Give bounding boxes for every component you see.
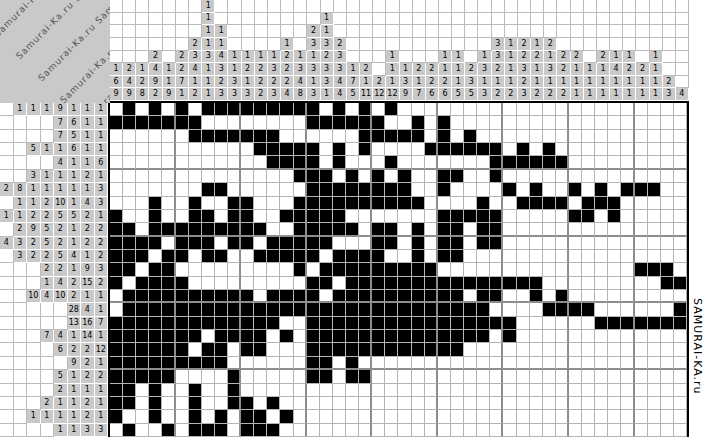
grid-cell-filled[interactable] [372,330,385,343]
grid-cell-empty[interactable] [503,263,516,276]
grid-cell-filled[interactable] [189,223,202,236]
grid-cell-empty[interactable] [674,424,687,437]
grid-cell-filled[interactable] [398,130,411,143]
grid-cell-empty[interactable] [123,130,136,143]
grid-cell-empty[interactable] [136,397,149,410]
grid-cell-empty[interactable] [608,237,621,250]
grid-cell-empty[interactable] [412,370,425,383]
grid-cell-filled[interactable] [267,156,280,169]
grid-cell-empty[interactable] [189,343,202,356]
grid-cell-filled[interactable] [123,330,136,343]
grid-cell-empty[interactable] [608,343,621,356]
grid-cell-empty[interactable] [661,290,674,303]
grid-cell-filled[interactable] [451,237,464,250]
grid-cell-filled[interactable] [438,250,451,263]
grid-cell-filled[interactable] [307,143,320,156]
grid-cell-empty[interactable] [582,424,595,437]
grid-cell-empty[interactable] [648,384,661,397]
grid-cell-empty[interactable] [464,357,477,370]
grid-cell-empty[interactable] [451,156,464,169]
grid-cell-empty[interactable] [517,290,530,303]
grid-cell-empty[interactable] [359,156,372,169]
grid-cell-empty[interactable] [582,330,595,343]
grid-cell-filled[interactable] [412,237,425,250]
grid-cell-empty[interactable] [215,384,228,397]
grid-cell-filled[interactable] [202,103,215,116]
grid-cell-empty[interactable] [110,103,123,116]
grid-cell-filled[interactable] [307,290,320,303]
grid-cell-empty[interactable] [215,170,228,183]
grid-cell-empty[interactable] [477,370,490,383]
grid-cell-filled[interactable] [333,116,346,129]
grid-cell-empty[interactable] [280,263,293,276]
grid-cell-empty[interactable] [530,303,543,316]
grid-cell-empty[interactable] [556,330,569,343]
grid-cell-filled[interactable] [215,250,228,263]
grid-cell-filled[interactable] [136,357,149,370]
grid-cell-empty[interactable] [464,170,477,183]
grid-cell-filled[interactable] [307,237,320,250]
grid-cell-empty[interactable] [228,357,241,370]
grid-cell-empty[interactable] [398,237,411,250]
grid-cell-empty[interactable] [398,424,411,437]
grid-cell-empty[interactable] [661,170,674,183]
grid-cell-filled[interactable] [280,103,293,116]
grid-cell-empty[interactable] [530,143,543,156]
grid-cell-filled[interactable] [648,317,661,330]
grid-cell-empty[interactable] [595,357,608,370]
grid-cell-filled[interactable] [359,183,372,196]
grid-cell-filled[interactable] [136,250,149,263]
grid-cell-empty[interactable] [189,250,202,263]
grid-cell-filled[interactable] [320,303,333,316]
grid-cell-empty[interactable] [162,410,175,423]
grid-cell-filled[interactable] [267,143,280,156]
grid-cell-filled[interactable] [189,237,202,250]
grid-cell-empty[interactable] [241,384,254,397]
grid-cell-filled[interactable] [176,343,189,356]
grid-cell-filled[interactable] [451,277,464,290]
grid-cell-filled[interactable] [149,384,162,397]
grid-cell-empty[interactable] [635,357,648,370]
grid-cell-filled[interactable] [464,277,477,290]
grid-cell-empty[interactable] [162,170,175,183]
grid-cell-empty[interactable] [202,143,215,156]
grid-cell-empty[interactable] [674,384,687,397]
grid-cell-empty[interactable] [608,143,621,156]
grid-cell-empty[interactable] [176,170,189,183]
grid-cell-empty[interactable] [621,210,634,223]
grid-cell-filled[interactable] [254,250,267,263]
grid-cell-filled[interactable] [530,197,543,210]
grid-cell-empty[interactable] [661,397,674,410]
grid-cell-empty[interactable] [635,237,648,250]
grid-cell-filled[interactable] [241,197,254,210]
grid-cell-filled[interactable] [123,343,136,356]
grid-cell-empty[interactable] [425,130,438,143]
grid-cell-filled[interactable] [346,357,359,370]
grid-cell-filled[interactable] [110,343,123,356]
grid-cell-filled[interactable] [464,130,477,143]
grid-cell-empty[interactable] [582,250,595,263]
grid-cell-empty[interactable] [477,116,490,129]
grid-cell-filled[interactable] [294,103,307,116]
grid-cell-empty[interactable] [635,343,648,356]
grid-cell-filled[interactable] [320,263,333,276]
grid-cell-filled[interactable] [202,303,215,316]
grid-cell-empty[interactable] [674,143,687,156]
grid-cell-filled[interactable] [372,237,385,250]
grid-cell-filled[interactable] [412,330,425,343]
grid-cell-filled[interactable] [202,317,215,330]
grid-cell-filled[interactable] [149,330,162,343]
grid-cell-empty[interactable] [648,303,661,316]
grid-cell-empty[interactable] [517,303,530,316]
grid-cell-filled[interactable] [307,343,320,356]
grid-cell-filled[interactable] [385,183,398,196]
grid-cell-empty[interactable] [608,116,621,129]
grid-cell-empty[interactable] [320,130,333,143]
grid-cell-empty[interactable] [674,210,687,223]
grid-cell-filled[interactable] [517,197,530,210]
grid-cell-empty[interactable] [162,143,175,156]
grid-cell-filled[interactable] [110,384,123,397]
grid-cell-filled[interactable] [595,317,608,330]
grid-cell-empty[interactable] [517,210,530,223]
grid-cell-filled[interactable] [438,143,451,156]
grid-cell-filled[interactable] [438,343,451,356]
grid-cell-empty[interactable] [438,410,451,423]
grid-cell-empty[interactable] [189,277,202,290]
grid-cell-empty[interactable] [556,370,569,383]
grid-cell-filled[interactable] [412,303,425,316]
grid-cell-empty[interactable] [110,156,123,169]
grid-cell-empty[interactable] [635,303,648,316]
grid-cell-filled[interactable] [333,156,346,169]
grid-cell-empty[interactable] [530,370,543,383]
grid-cell-empty[interactable] [543,317,556,330]
grid-cell-empty[interactable] [556,183,569,196]
grid-cell-filled[interactable] [228,317,241,330]
grid-cell-filled[interactable] [162,290,175,303]
grid-cell-empty[interactable] [621,384,634,397]
grid-cell-empty[interactable] [595,397,608,410]
grid-cell-empty[interactable] [582,170,595,183]
grid-cell-filled[interactable] [438,317,451,330]
grid-cell-empty[interactable] [608,384,621,397]
grid-cell-empty[interactable] [635,410,648,423]
grid-cell-filled[interactable] [280,237,293,250]
grid-cell-filled[interactable] [136,330,149,343]
grid-cell-empty[interactable] [621,397,634,410]
grid-cell-empty[interactable] [372,384,385,397]
nonogram-grid[interactable] [110,103,689,437]
grid-cell-filled[interactable] [398,183,411,196]
grid-cell-empty[interactable] [333,424,346,437]
grid-cell-empty[interactable] [648,424,661,437]
grid-cell-empty[interactable] [110,183,123,196]
grid-cell-empty[interactable] [149,170,162,183]
grid-cell-filled[interactable] [307,116,320,129]
grid-cell-empty[interactable] [307,410,320,423]
grid-cell-empty[interactable] [621,250,634,263]
grid-cell-filled[interactable] [517,156,530,169]
grid-cell-filled[interactable] [202,210,215,223]
grid-cell-empty[interactable] [635,130,648,143]
grid-cell-filled[interactable] [189,317,202,330]
grid-cell-empty[interactable] [136,410,149,423]
grid-cell-empty[interactable] [621,410,634,423]
grid-cell-empty[interactable] [425,410,438,423]
grid-cell-filled[interactable] [490,317,503,330]
grid-cell-empty[interactable] [661,116,674,129]
grid-cell-filled[interactable] [241,317,254,330]
grid-cell-filled[interactable] [215,290,228,303]
grid-cell-empty[interactable] [490,424,503,437]
grid-cell-empty[interactable] [228,277,241,290]
grid-cell-empty[interactable] [608,263,621,276]
grid-cell-empty[interactable] [176,197,189,210]
grid-cell-empty[interactable] [346,384,359,397]
grid-cell-empty[interactable] [569,103,582,116]
grid-cell-empty[interactable] [503,290,516,303]
grid-cell-empty[interactable] [582,183,595,196]
grid-cell-empty[interactable] [280,343,293,356]
grid-cell-empty[interactable] [215,197,228,210]
grid-cell-empty[interactable] [621,303,634,316]
grid-cell-empty[interactable] [569,357,582,370]
grid-cell-filled[interactable] [228,290,241,303]
grid-cell-empty[interactable] [346,237,359,250]
grid-cell-filled[interactable] [385,223,398,236]
grid-cell-empty[interactable] [176,143,189,156]
grid-cell-empty[interactable] [635,156,648,169]
grid-cell-empty[interactable] [123,197,136,210]
grid-cell-empty[interactable] [189,103,202,116]
grid-cell-empty[interactable] [346,130,359,143]
grid-cell-empty[interactable] [556,357,569,370]
grid-cell-empty[interactable] [110,170,123,183]
grid-cell-filled[interactable] [162,116,175,129]
grid-cell-filled[interactable] [307,303,320,316]
grid-cell-empty[interactable] [451,183,464,196]
grid-cell-empty[interactable] [202,330,215,343]
grid-cell-empty[interactable] [333,237,346,250]
grid-cell-filled[interactable] [372,317,385,330]
grid-cell-empty[interactable] [477,156,490,169]
grid-cell-empty[interactable] [556,116,569,129]
grid-cell-filled[interactable] [267,397,280,410]
grid-cell-empty[interactable] [241,116,254,129]
grid-cell-empty[interactable] [621,170,634,183]
grid-cell-filled[interactable] [228,330,241,343]
grid-cell-empty[interactable] [320,397,333,410]
grid-cell-filled[interactable] [149,263,162,276]
grid-cell-empty[interactable] [359,397,372,410]
grid-cell-empty[interactable] [582,317,595,330]
grid-cell-empty[interactable] [556,263,569,276]
grid-cell-empty[interactable] [648,237,661,250]
grid-cell-empty[interactable] [123,210,136,223]
grid-cell-empty[interactable] [556,277,569,290]
grid-cell-empty[interactable] [333,397,346,410]
grid-cell-empty[interactable] [267,223,280,236]
grid-cell-empty[interactable] [543,343,556,356]
grid-cell-filled[interactable] [215,424,228,437]
grid-cell-filled[interactable] [241,303,254,316]
grid-cell-filled[interactable] [412,197,425,210]
grid-cell-filled[interactable] [110,237,123,250]
grid-cell-empty[interactable] [110,197,123,210]
grid-cell-empty[interactable] [189,156,202,169]
grid-cell-filled[interactable] [661,317,674,330]
grid-cell-filled[interactable] [412,290,425,303]
grid-cell-filled[interactable] [346,116,359,129]
grid-cell-filled[interactable] [110,357,123,370]
grid-cell-filled[interactable] [438,237,451,250]
grid-cell-filled[interactable] [189,290,202,303]
grid-cell-filled[interactable] [241,397,254,410]
grid-cell-filled[interactable] [372,250,385,263]
grid-cell-empty[interactable] [398,384,411,397]
grid-cell-empty[interactable] [425,156,438,169]
grid-cell-filled[interactable] [451,343,464,356]
grid-cell-filled[interactable] [307,317,320,330]
grid-cell-filled[interactable] [254,130,267,143]
grid-cell-empty[interactable] [215,237,228,250]
grid-cell-empty[interactable] [464,237,477,250]
grid-cell-filled[interactable] [556,197,569,210]
grid-cell-empty[interactable] [530,263,543,276]
grid-cell-filled[interactable] [464,143,477,156]
grid-cell-filled[interactable] [595,183,608,196]
grid-cell-empty[interactable] [228,343,241,356]
grid-cell-filled[interactable] [346,277,359,290]
grid-cell-empty[interactable] [241,156,254,169]
grid-cell-filled[interactable] [320,343,333,356]
grid-cell-empty[interactable] [648,156,661,169]
grid-cell-empty[interactable] [176,263,189,276]
grid-cell-empty[interactable] [490,410,503,423]
grid-cell-empty[interactable] [280,197,293,210]
grid-cell-empty[interactable] [530,330,543,343]
grid-cell-empty[interactable] [136,183,149,196]
grid-cell-filled[interactable] [176,317,189,330]
grid-cell-empty[interactable] [621,237,634,250]
grid-cell-empty[interactable] [451,103,464,116]
grid-cell-empty[interactable] [543,277,556,290]
grid-cell-empty[interactable] [648,197,661,210]
grid-cell-empty[interactable] [661,357,674,370]
grid-cell-filled[interactable] [346,317,359,330]
grid-cell-empty[interactable] [530,384,543,397]
grid-cell-empty[interactable] [359,237,372,250]
grid-cell-empty[interactable] [569,116,582,129]
grid-cell-filled[interactable] [149,237,162,250]
grid-cell-empty[interactable] [307,424,320,437]
grid-cell-empty[interactable] [582,410,595,423]
grid-cell-filled[interactable] [176,250,189,263]
grid-cell-empty[interactable] [123,170,136,183]
grid-cell-filled[interactable] [123,384,136,397]
grid-cell-filled[interactable] [346,183,359,196]
grid-cell-filled[interactable] [215,303,228,316]
grid-cell-filled[interactable] [438,183,451,196]
grid-cell-empty[interactable] [176,370,189,383]
grid-cell-empty[interactable] [556,397,569,410]
grid-cell-empty[interactable] [162,210,175,223]
grid-cell-empty[interactable] [176,130,189,143]
grid-cell-empty[interactable] [543,130,556,143]
grid-cell-empty[interactable] [635,370,648,383]
grid-cell-filled[interactable] [241,343,254,356]
grid-cell-filled[interactable] [385,330,398,343]
grid-cell-empty[interactable] [189,370,202,383]
grid-cell-empty[interactable] [569,263,582,276]
grid-cell-filled[interactable] [149,317,162,330]
grid-cell-filled[interactable] [490,210,503,223]
grid-cell-filled[interactable] [189,197,202,210]
grid-cell-filled[interactable] [202,130,215,143]
grid-cell-filled[interactable] [425,263,438,276]
grid-cell-filled[interactable] [372,223,385,236]
grid-cell-empty[interactable] [595,223,608,236]
grid-cell-empty[interactable] [254,183,267,196]
grid-cell-filled[interactable] [490,223,503,236]
grid-cell-filled[interactable] [320,357,333,370]
grid-cell-filled[interactable] [346,370,359,383]
grid-cell-empty[interactable] [372,357,385,370]
grid-cell-empty[interactable] [608,130,621,143]
grid-cell-empty[interactable] [648,143,661,156]
grid-cell-filled[interactable] [149,370,162,383]
grid-cell-filled[interactable] [294,197,307,210]
grid-cell-empty[interactable] [425,397,438,410]
grid-cell-empty[interactable] [477,343,490,356]
grid-cell-empty[interactable] [464,116,477,129]
grid-cell-filled[interactable] [149,116,162,129]
grid-cell-empty[interactable] [110,303,123,316]
grid-cell-empty[interactable] [385,143,398,156]
grid-cell-empty[interactable] [674,357,687,370]
grid-cell-empty[interactable] [635,277,648,290]
grid-cell-empty[interactable] [228,424,241,437]
grid-cell-empty[interactable] [267,343,280,356]
grid-cell-empty[interactable] [608,370,621,383]
grid-cell-empty[interactable] [294,397,307,410]
grid-cell-filled[interactable] [149,223,162,236]
grid-cell-empty[interactable] [661,183,674,196]
grid-cell-empty[interactable] [569,317,582,330]
grid-cell-empty[interactable] [215,116,228,129]
grid-cell-empty[interactable] [189,143,202,156]
grid-cell-empty[interactable] [490,397,503,410]
grid-cell-empty[interactable] [215,143,228,156]
grid-cell-filled[interactable] [320,330,333,343]
grid-cell-filled[interactable] [149,197,162,210]
grid-cell-filled[interactable] [176,237,189,250]
grid-cell-empty[interactable] [254,277,267,290]
grid-cell-filled[interactable] [333,343,346,356]
grid-cell-empty[interactable] [412,183,425,196]
grid-cell-filled[interactable] [228,197,241,210]
grid-cell-empty[interactable] [608,290,621,303]
grid-cell-filled[interactable] [267,303,280,316]
grid-cell-empty[interactable] [621,223,634,236]
grid-cell-empty[interactable] [451,370,464,383]
grid-cell-empty[interactable] [346,410,359,423]
grid-cell-empty[interactable] [621,357,634,370]
